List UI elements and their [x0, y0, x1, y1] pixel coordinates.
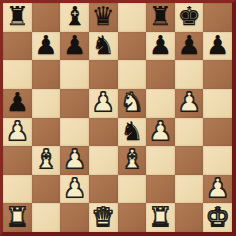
- square-b4[interactable]: [32, 118, 61, 147]
- square-c2[interactable]: ♟: [60, 175, 89, 204]
- square-c6[interactable]: [60, 60, 89, 89]
- square-a6[interactable]: [3, 60, 32, 89]
- square-f1[interactable]: ♜: [146, 203, 175, 232]
- square-d7[interactable]: ♞: [89, 32, 118, 61]
- square-d5[interactable]: ♟: [89, 89, 118, 118]
- square-h4[interactable]: [203, 118, 232, 147]
- square-h1[interactable]: ♚: [203, 203, 232, 232]
- square-a8[interactable]: ♜: [3, 3, 32, 32]
- square-c3[interactable]: ♟: [60, 146, 89, 175]
- piece-black-pawn: ♟: [177, 32, 200, 58]
- square-b7[interactable]: ♟: [32, 32, 61, 61]
- square-a7[interactable]: [3, 32, 32, 61]
- square-b5[interactable]: [32, 89, 61, 118]
- square-a1[interactable]: ♜: [3, 203, 32, 232]
- square-c1[interactable]: [60, 203, 89, 232]
- piece-white-pawn: ♟: [206, 175, 229, 201]
- square-a3[interactable]: [3, 146, 32, 175]
- square-e6[interactable]: [118, 60, 147, 89]
- piece-black-pawn: ♟: [149, 32, 172, 58]
- square-b2[interactable]: [32, 175, 61, 204]
- square-d4[interactable]: [89, 118, 118, 147]
- piece-white-pawn: ♟: [63, 175, 86, 201]
- chess-board: ♜♝♛♜♚♟♟♞♟♟♟♟♟♞♟♟♞♟♝♟♝♟♟♜♛♜♚: [3, 3, 232, 232]
- square-h8[interactable]: [203, 3, 232, 32]
- piece-white-pawn: ♟: [177, 89, 200, 115]
- square-b1[interactable]: [32, 203, 61, 232]
- square-b3[interactable]: ♝: [32, 146, 61, 175]
- square-c4[interactable]: [60, 118, 89, 147]
- square-g8[interactable]: ♚: [175, 3, 204, 32]
- piece-white-queen: ♛: [92, 204, 115, 230]
- piece-black-pawn: ♟: [63, 32, 86, 58]
- piece-white-king: ♚: [206, 204, 229, 230]
- square-f4[interactable]: ♟: [146, 118, 175, 147]
- square-e1[interactable]: [118, 203, 147, 232]
- piece-black-rook: ♜: [6, 3, 29, 29]
- piece-white-pawn: ♟: [149, 118, 172, 144]
- piece-white-bishop: ♝: [120, 146, 143, 172]
- square-h7[interactable]: ♟: [203, 32, 232, 61]
- square-h3[interactable]: [203, 146, 232, 175]
- piece-white-knight: ♞: [120, 89, 143, 115]
- square-e2[interactable]: [118, 175, 147, 204]
- square-b6[interactable]: [32, 60, 61, 89]
- square-d1[interactable]: ♛: [89, 203, 118, 232]
- piece-black-pawn: ♟: [6, 89, 29, 115]
- piece-white-rook: ♜: [6, 204, 29, 230]
- square-f7[interactable]: ♟: [146, 32, 175, 61]
- piece-black-pawn: ♟: [34, 32, 57, 58]
- square-d6[interactable]: [89, 60, 118, 89]
- square-b8[interactable]: [32, 3, 61, 32]
- square-g7[interactable]: ♟: [175, 32, 204, 61]
- piece-black-knight: ♞: [120, 118, 143, 144]
- chess-board-frame: ♜♝♛♜♚♟♟♞♟♟♟♟♟♞♟♟♞♟♝♟♝♟♟♜♛♜♚: [0, 0, 236, 236]
- square-d3[interactable]: [89, 146, 118, 175]
- square-f5[interactable]: [146, 89, 175, 118]
- square-c5[interactable]: [60, 89, 89, 118]
- square-e8[interactable]: [118, 3, 147, 32]
- piece-white-pawn: ♟: [63, 146, 86, 172]
- square-e3[interactable]: ♝: [118, 146, 147, 175]
- piece-white-pawn: ♟: [92, 89, 115, 115]
- square-e5[interactable]: ♞: [118, 89, 147, 118]
- square-h2[interactable]: ♟: [203, 175, 232, 204]
- square-g4[interactable]: [175, 118, 204, 147]
- square-g2[interactable]: [175, 175, 204, 204]
- piece-black-rook: ♜: [149, 3, 172, 29]
- square-a5[interactable]: ♟: [3, 89, 32, 118]
- square-c7[interactable]: ♟: [60, 32, 89, 61]
- square-d2[interactable]: [89, 175, 118, 204]
- square-e4[interactable]: ♞: [118, 118, 147, 147]
- square-g1[interactable]: [175, 203, 204, 232]
- piece-white-rook: ♜: [149, 204, 172, 230]
- square-h5[interactable]: [203, 89, 232, 118]
- piece-black-knight: ♞: [92, 32, 115, 58]
- square-h6[interactable]: [203, 60, 232, 89]
- square-f8[interactable]: ♜: [146, 3, 175, 32]
- piece-black-bishop: ♝: [63, 3, 86, 29]
- square-f2[interactable]: [146, 175, 175, 204]
- piece-white-bishop: ♝: [34, 146, 57, 172]
- piece-white-pawn: ♟: [6, 118, 29, 144]
- square-a4[interactable]: ♟: [3, 118, 32, 147]
- square-g5[interactable]: ♟: [175, 89, 204, 118]
- square-d8[interactable]: ♛: [89, 3, 118, 32]
- square-g6[interactable]: [175, 60, 204, 89]
- square-a2[interactable]: [3, 175, 32, 204]
- piece-black-pawn: ♟: [206, 32, 229, 58]
- square-g3[interactable]: [175, 146, 204, 175]
- square-e7[interactable]: [118, 32, 147, 61]
- square-f3[interactable]: [146, 146, 175, 175]
- square-f6[interactable]: [146, 60, 175, 89]
- piece-black-queen: ♛: [92, 3, 115, 29]
- piece-black-king: ♚: [177, 3, 200, 29]
- square-c8[interactable]: ♝: [60, 3, 89, 32]
